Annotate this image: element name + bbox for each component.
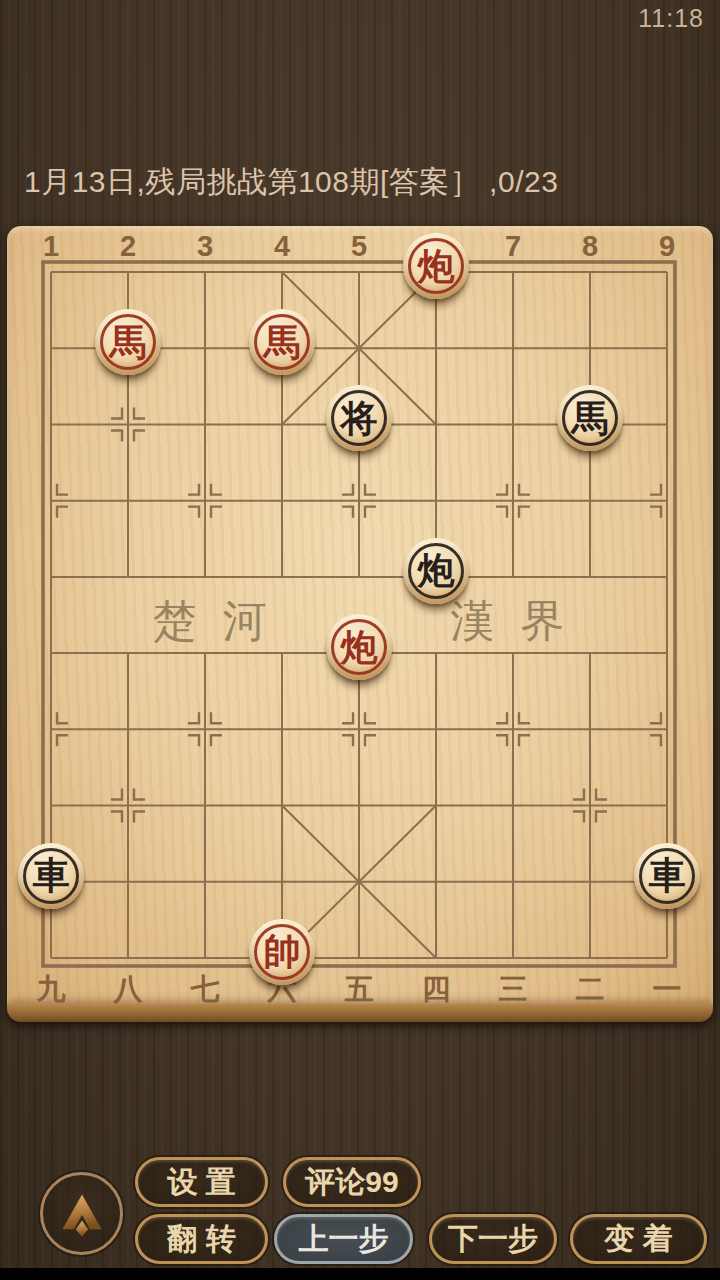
black-piece-炮[interactable]: 炮 <box>403 538 469 604</box>
piece-glyph: 車 <box>33 857 70 894</box>
black-piece-将[interactable]: 将 <box>326 385 392 451</box>
black-piece-車[interactable]: 車 <box>18 843 84 909</box>
piece-glyph: 車 <box>649 857 686 894</box>
red-piece-馬[interactable]: 馬 <box>249 309 315 375</box>
app-screen: 11:18 1月13日,残局挑战第108期[答案］ ,0/23 12345678… <box>0 0 720 1280</box>
piece-glyph: 馬 <box>264 324 301 361</box>
settings-button[interactable]: 设 置 <box>135 1157 268 1207</box>
piece-glyph: 炮 <box>418 552 455 589</box>
bottom-system-bar <box>0 1268 720 1280</box>
status-clock: 11:18 <box>638 4 704 33</box>
prev-move-button[interactable]: 上一步 <box>274 1214 413 1264</box>
piece-glyph: 将 <box>341 400 378 437</box>
piece-grid: 炮馬馬将馬炮炮車車帥 <box>13 234 706 996</box>
black-piece-馬[interactable]: 馬 <box>557 385 623 451</box>
flip-board-button[interactable]: 翻 转 <box>135 1214 268 1264</box>
next-move-button[interactable]: 下一步 <box>429 1214 557 1264</box>
comments-button[interactable]: 评论99 <box>283 1157 421 1207</box>
piece-glyph: 馬 <box>572 400 609 437</box>
red-piece-帥[interactable]: 帥 <box>249 919 315 985</box>
red-piece-炮[interactable]: 炮 <box>326 614 392 680</box>
piece-glyph: 馬 <box>110 324 147 361</box>
piece-glyph: 炮 <box>341 629 378 666</box>
page-title: 1月13日,残局挑战第108期[答案］ ,0/23 <box>24 162 558 203</box>
piece-glyph: 炮 <box>418 248 455 285</box>
red-piece-炮[interactable]: 炮 <box>403 233 469 299</box>
piece-glyph: 帥 <box>264 933 301 970</box>
expand-button[interactable] <box>40 1172 123 1255</box>
variation-button[interactable]: 变 着 <box>570 1214 707 1264</box>
chevron-logo-icon <box>53 1185 111 1243</box>
black-piece-車[interactable]: 車 <box>634 843 700 909</box>
red-piece-馬[interactable]: 馬 <box>95 309 161 375</box>
